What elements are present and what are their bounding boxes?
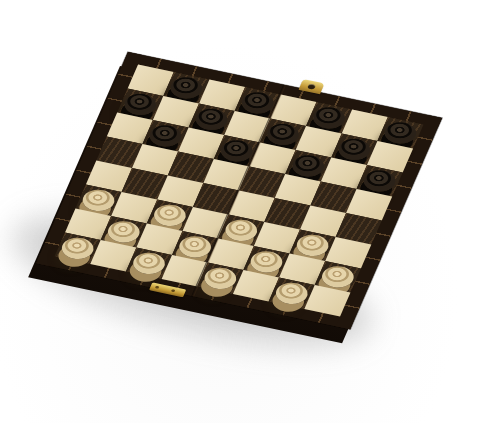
checker-light-a1[interactable]: [58, 235, 97, 262]
checker-light-g1[interactable]: [272, 280, 311, 307]
checker-light-c1[interactable]: [129, 250, 168, 277]
checker-light-e1[interactable]: [201, 265, 240, 292]
product-photo-stage: [0, 0, 500, 423]
